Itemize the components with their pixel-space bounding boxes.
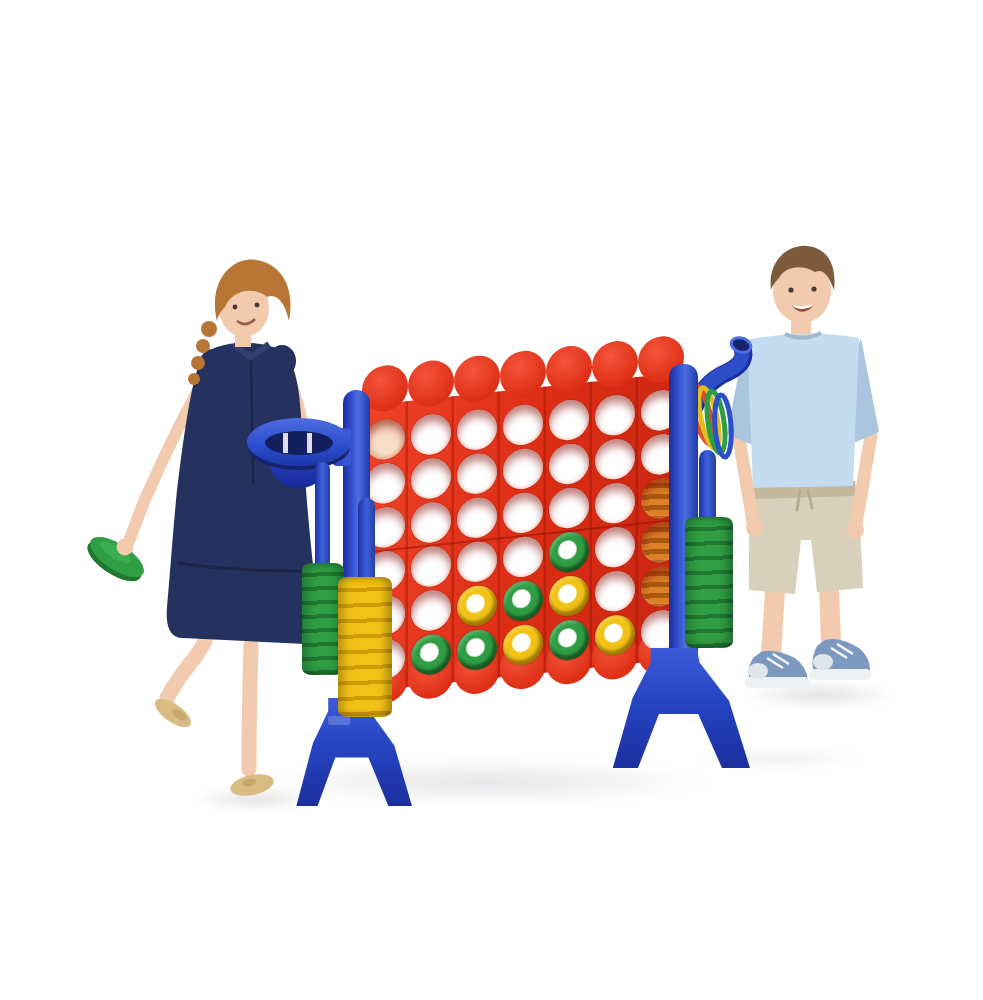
empty-hole [457,452,497,496]
empty-hole [595,569,635,613]
green-disc-stack-right [685,517,733,648]
yellow-disc [457,584,497,628]
board-cell-r2-c4 [500,445,546,494]
board-cell-r1-c2 [408,410,454,459]
boy-right-hand [846,521,864,539]
board-cell-r3-c2 [408,498,454,547]
green-disc [411,632,451,676]
board-cell-r2-c6 [592,435,638,484]
empty-hole [549,442,589,486]
boy-left-leg [771,590,775,656]
board-cell-r6-c2 [408,630,454,679]
board-cell-r3-c6 [592,479,638,528]
board-cell-r4-c4 [500,533,546,582]
right-front-storage-rod [699,450,716,522]
empty-hole [595,393,635,437]
girl-braid [191,356,205,370]
boy-left-sneaker [745,651,809,688]
empty-hole [411,412,451,456]
connect-four-board [362,372,684,692]
board-cell-r1-c6 [592,391,638,440]
hoop-opening [265,431,333,455]
board-cell-r1-c3 [454,405,500,454]
empty-hole [411,500,451,544]
empty-hole [595,481,635,525]
girl-back-leg [167,641,205,698]
held-green-disc [81,529,150,589]
board-cell-r2-c2 [408,454,454,503]
empty-hole [549,398,589,442]
girl-braid [188,373,200,385]
board-cell-r2-c5 [546,440,592,489]
hoop-slat [283,433,288,453]
board-cell-r6-c4 [500,621,546,670]
empty-hole [503,447,543,491]
girl-right-eye [255,303,260,308]
empty-hole [503,403,543,447]
empty-hole [457,496,497,540]
board-cell-r5-c3 [454,581,500,630]
left-front-storage-rod [358,498,375,582]
girl-braid [196,339,210,353]
girl-left-hand [117,539,134,556]
tube-opening [729,335,752,354]
board-cell-r4-c5 [546,528,592,577]
board-cell-r4-c3 [454,537,500,586]
girl-left-eye [233,305,238,310]
board-cell-r2-c3 [454,449,500,498]
hoop-ring [247,418,351,466]
boy-right-forearm [856,436,871,524]
board-cell-r1-c5 [546,396,592,445]
empty-hole [503,491,543,535]
yellow-disc [595,613,635,657]
empty-hole [457,540,497,584]
empty-hole [549,486,589,530]
boy-left-hand [746,519,764,537]
board-cell-r1-c4 [500,401,546,450]
board-scallop [454,353,500,404]
boy-right-leg [829,588,831,642]
empty-hole [503,535,543,579]
board-cell-r5-c5 [546,572,592,621]
board-grid [362,386,684,684]
board-cell-r3-c3 [454,493,500,542]
empty-hole [595,437,635,481]
empty-hole [365,417,405,461]
girl-front-leg [249,645,251,769]
disc-hoop [247,414,351,490]
empty-hole [457,408,497,452]
board-cell-r5-c4 [500,577,546,626]
empty-hole [411,456,451,500]
board-scallop [408,358,454,409]
empty-hole [411,588,451,632]
green-disc [549,618,589,662]
green-disc [503,579,543,623]
board-scallop [546,344,592,395]
green-disc [457,628,497,672]
left-rear-storage-rod [315,462,330,568]
boy-right-eye [811,286,816,291]
board-cell-r5-c2 [408,586,454,635]
boy-figure [715,238,895,708]
board-cell-r4-c2 [408,542,454,591]
board-cell-r4-c6 [592,523,638,572]
girl-braid [201,321,217,337]
board-cell-r5-c6 [592,567,638,616]
board-scallop [500,349,546,400]
board-cell-r6-c6 [592,611,638,660]
board-cell-r6-c3 [454,625,500,674]
boy-right-sneaker [809,639,871,680]
green-disc [549,530,589,574]
yellow-disc-stack-left [338,577,392,717]
girl-front-shoe [228,771,275,800]
empty-hole [411,544,451,588]
board-cell-r3-c4 [500,489,546,538]
product-photo [0,0,983,1000]
yellow-disc [549,574,589,618]
board-cell-r3-c5 [546,484,592,533]
empty-hole [595,525,635,569]
girl-figure [55,245,335,815]
yellow-disc [503,623,543,667]
girl-dress [167,343,321,644]
board-scallop [592,339,638,390]
board-cell-r6-c5 [546,616,592,665]
hoop-slat [307,433,312,453]
boy-left-eye [788,287,793,292]
